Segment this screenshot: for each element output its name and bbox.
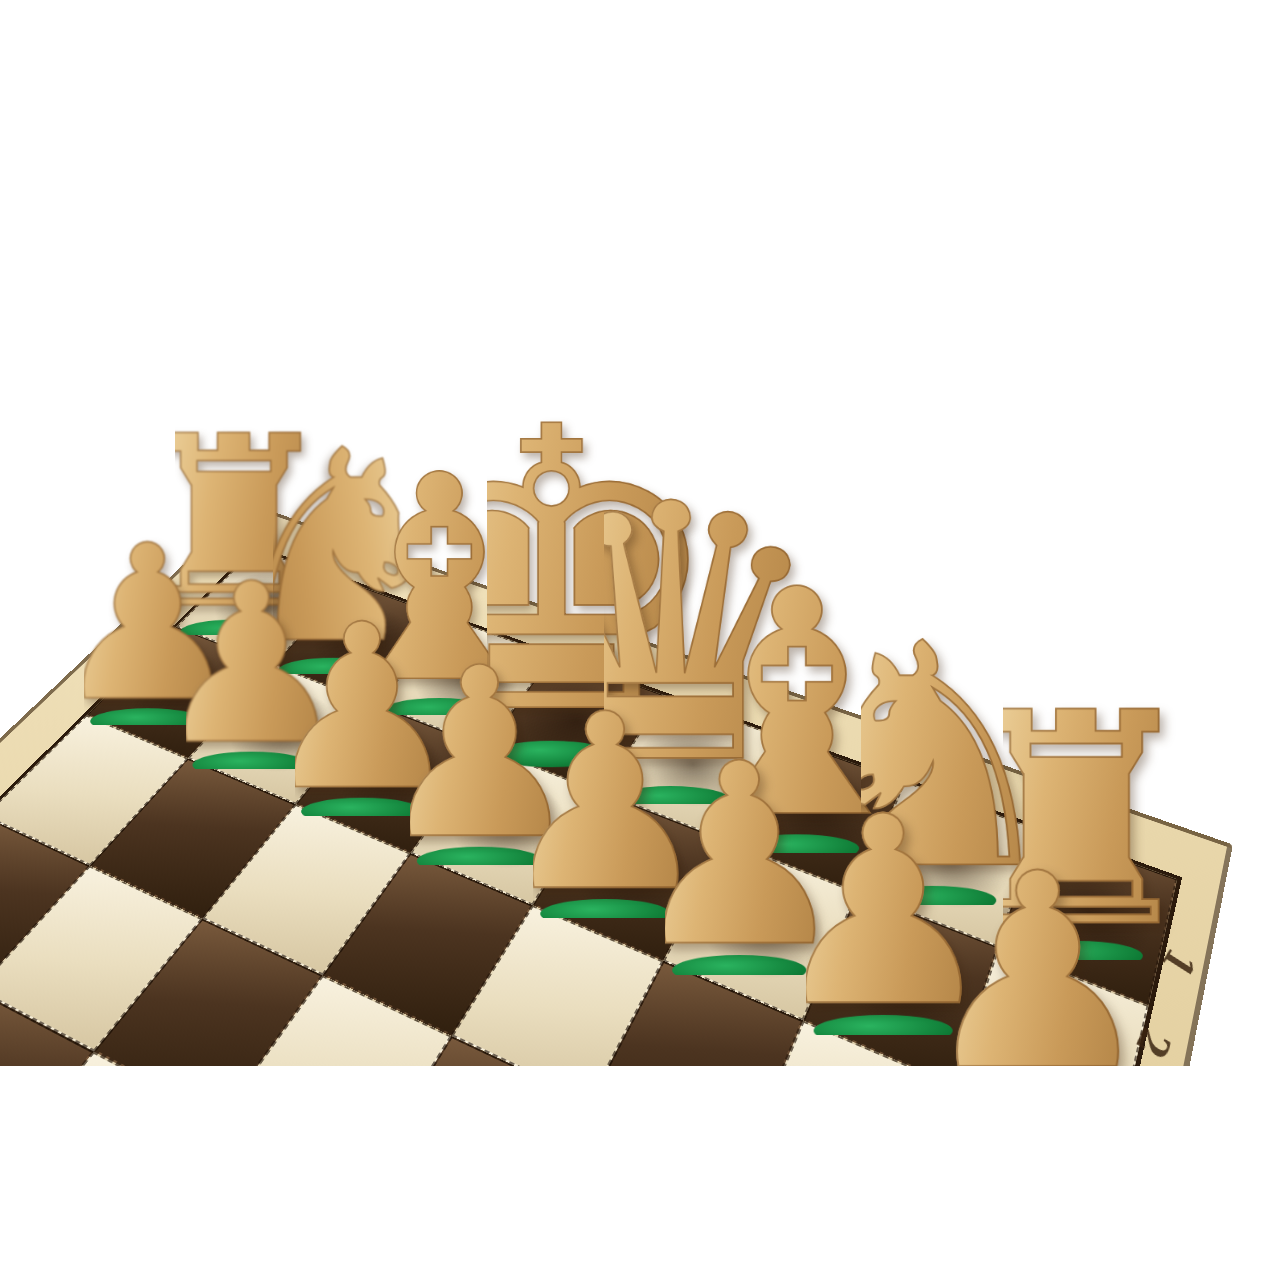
product-photo: ♜♞♝♚♛♝♞♜♟♟♟♟♟♟♟♟ 12: [0, 0, 1280, 1280]
photo-crop: [0, 1066, 1280, 1280]
frame-coordinate-mark: 1: [1152, 940, 1204, 985]
